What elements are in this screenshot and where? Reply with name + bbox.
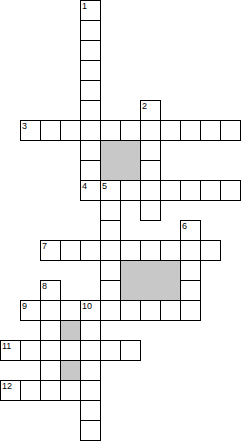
cell[interactable] bbox=[0, 340, 21, 361]
cell[interactable] bbox=[120, 340, 141, 361]
cell[interactable] bbox=[20, 340, 41, 361]
cell[interactable] bbox=[180, 220, 201, 241]
shaded-block bbox=[100, 140, 141, 181]
cell[interactable] bbox=[40, 120, 61, 141]
cell[interactable] bbox=[140, 180, 161, 201]
cell[interactable] bbox=[100, 180, 121, 201]
shaded-block bbox=[60, 360, 81, 381]
cell[interactable] bbox=[100, 200, 121, 221]
cell[interactable] bbox=[80, 400, 101, 421]
cell[interactable] bbox=[80, 180, 101, 201]
cell[interactable] bbox=[100, 220, 121, 241]
cell[interactable] bbox=[20, 120, 41, 141]
cell[interactable] bbox=[20, 300, 41, 321]
cell[interactable] bbox=[80, 160, 101, 181]
cell[interactable] bbox=[80, 20, 101, 41]
cell[interactable] bbox=[180, 260, 201, 281]
cell[interactable] bbox=[120, 180, 141, 201]
cell[interactable] bbox=[100, 120, 121, 141]
cell[interactable] bbox=[80, 240, 101, 261]
cell[interactable] bbox=[140, 300, 161, 321]
cell[interactable] bbox=[120, 300, 141, 321]
cell[interactable] bbox=[80, 380, 101, 401]
cell[interactable] bbox=[80, 320, 101, 341]
cell[interactable] bbox=[200, 180, 221, 201]
cell[interactable] bbox=[40, 380, 61, 401]
cell[interactable] bbox=[160, 240, 181, 261]
cell[interactable] bbox=[160, 300, 181, 321]
cell[interactable] bbox=[60, 340, 81, 361]
cell[interactable] bbox=[160, 120, 181, 141]
cell[interactable] bbox=[40, 300, 61, 321]
cell[interactable] bbox=[180, 120, 201, 141]
cell[interactable] bbox=[160, 180, 181, 201]
cell[interactable] bbox=[200, 120, 221, 141]
cell[interactable] bbox=[80, 60, 101, 81]
cell[interactable] bbox=[20, 380, 41, 401]
cell[interactable] bbox=[180, 240, 201, 261]
cell[interactable] bbox=[40, 360, 61, 381]
cell[interactable] bbox=[80, 120, 101, 141]
cell[interactable] bbox=[200, 240, 221, 261]
cell[interactable] bbox=[80, 140, 101, 161]
cell[interactable] bbox=[40, 240, 61, 261]
cell[interactable] bbox=[220, 180, 241, 201]
cell[interactable] bbox=[140, 100, 161, 121]
cell[interactable] bbox=[140, 140, 161, 161]
cell[interactable] bbox=[120, 120, 141, 141]
cell[interactable] bbox=[80, 40, 101, 61]
cell[interactable] bbox=[100, 340, 121, 361]
cell[interactable] bbox=[80, 360, 101, 381]
shaded-block bbox=[60, 320, 81, 341]
cell[interactable] bbox=[100, 260, 121, 281]
cell[interactable] bbox=[180, 180, 201, 201]
cell[interactable] bbox=[80, 100, 101, 121]
cell[interactable] bbox=[0, 380, 21, 401]
cell[interactable] bbox=[60, 380, 81, 401]
cell[interactable] bbox=[100, 240, 121, 261]
cell[interactable] bbox=[140, 160, 161, 181]
shaded-block bbox=[120, 260, 181, 301]
cell[interactable] bbox=[80, 300, 101, 321]
cell[interactable] bbox=[40, 280, 61, 301]
cell[interactable] bbox=[40, 340, 61, 361]
cell[interactable] bbox=[80, 80, 101, 101]
cell[interactable] bbox=[180, 280, 201, 301]
cell[interactable] bbox=[100, 300, 121, 321]
cell[interactable] bbox=[60, 300, 81, 321]
cell[interactable] bbox=[140, 200, 161, 221]
cell[interactable] bbox=[60, 120, 81, 141]
cell[interactable] bbox=[140, 240, 161, 261]
cell[interactable] bbox=[80, 420, 101, 441]
cell[interactable] bbox=[80, 0, 101, 21]
cell[interactable] bbox=[40, 320, 61, 341]
cell[interactable] bbox=[100, 280, 121, 301]
cell[interactable] bbox=[140, 120, 161, 141]
cell[interactable] bbox=[60, 240, 81, 261]
crossword-board: 123456789101112 bbox=[0, 0, 241, 441]
cell[interactable] bbox=[180, 300, 201, 321]
cell[interactable] bbox=[220, 120, 241, 141]
cell[interactable] bbox=[80, 340, 101, 361]
cell[interactable] bbox=[120, 240, 141, 261]
